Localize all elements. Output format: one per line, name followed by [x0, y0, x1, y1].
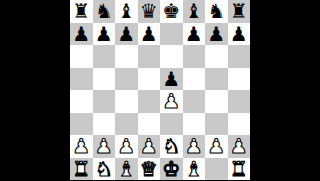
- black-rook-icon: ♜: [72, 0, 90, 22]
- square-e1[interactable]: ♚: [160, 158, 183, 181]
- square-g6[interactable]: [205, 45, 228, 68]
- square-a2[interactable]: ♟: [70, 135, 93, 158]
- square-a3[interactable]: [70, 113, 93, 136]
- square-d7[interactable]: ♟: [138, 23, 161, 46]
- white-knight-icon: ♞: [162, 135, 180, 157]
- square-f7[interactable]: ♟: [183, 23, 206, 46]
- square-c7[interactable]: ♟: [115, 23, 138, 46]
- square-h2[interactable]: ♟: [228, 135, 251, 158]
- square-g5[interactable]: [205, 68, 228, 91]
- square-g8[interactable]: ♞: [205, 0, 228, 23]
- white-pawn-icon: ♟: [117, 135, 135, 157]
- white-bishop-icon: ♝: [185, 158, 203, 180]
- black-rook-icon: ♜: [230, 0, 248, 22]
- square-f6[interactable]: [183, 45, 206, 68]
- white-pawn-icon: ♟: [72, 135, 90, 157]
- letterbox-right: [250, 0, 320, 180]
- black-pawn-icon: ♟: [230, 23, 248, 45]
- square-a1[interactable]: ♜: [70, 158, 93, 181]
- square-c2[interactable]: ♟: [115, 135, 138, 158]
- square-a4[interactable]: [70, 90, 93, 113]
- square-a5[interactable]: [70, 68, 93, 91]
- square-d2[interactable]: ♟: [138, 135, 161, 158]
- square-h1[interactable]: ♜: [228, 158, 251, 181]
- square-g3[interactable]: [205, 113, 228, 136]
- square-f4[interactable]: [183, 90, 206, 113]
- square-g4[interactable]: [205, 90, 228, 113]
- black-bishop-icon: ♝: [117, 0, 135, 22]
- square-b8[interactable]: ♞: [93, 0, 116, 23]
- white-pawn-icon: ♟: [95, 135, 113, 157]
- white-king-icon: ♚: [162, 158, 180, 180]
- square-h6[interactable]: [228, 45, 251, 68]
- white-pawn-icon: ♟: [230, 135, 248, 157]
- black-pawn-icon: ♟: [140, 23, 158, 45]
- square-d6[interactable]: [138, 45, 161, 68]
- white-pawn-icon: ♟: [207, 135, 225, 157]
- square-f5[interactable]: [183, 68, 206, 91]
- square-h4[interactable]: [228, 90, 251, 113]
- square-b5[interactable]: [93, 68, 116, 91]
- white-bishop-icon: ♝: [117, 158, 135, 180]
- white-rook-icon: ♜: [72, 158, 90, 180]
- square-b2[interactable]: ♟: [93, 135, 116, 158]
- square-h7[interactable]: ♟: [228, 23, 251, 46]
- black-bishop-icon: ♝: [185, 0, 203, 22]
- square-g2[interactable]: ♟: [205, 135, 228, 158]
- square-b4[interactable]: [93, 90, 116, 113]
- square-e6[interactable]: [160, 45, 183, 68]
- black-king-icon: ♚: [162, 0, 180, 22]
- square-d4[interactable]: [138, 90, 161, 113]
- square-e7[interactable]: [160, 23, 183, 46]
- square-b3[interactable]: [93, 113, 116, 136]
- square-b7[interactable]: ♟: [93, 23, 116, 46]
- square-c3[interactable]: [115, 113, 138, 136]
- square-f2[interactable]: ♟: [183, 135, 206, 158]
- black-pawn-icon: ♟: [95, 23, 113, 45]
- square-f8[interactable]: ♝: [183, 0, 206, 23]
- black-pawn-icon: ♟: [185, 23, 203, 45]
- square-c6[interactable]: [115, 45, 138, 68]
- letterbox-left: [0, 0, 70, 180]
- white-pawn-icon: ♟: [140, 135, 158, 157]
- square-a8[interactable]: ♜: [70, 0, 93, 23]
- square-c4[interactable]: [115, 90, 138, 113]
- square-f1[interactable]: ♝: [183, 158, 206, 181]
- black-queen-icon: ♛: [140, 0, 158, 22]
- square-h5[interactable]: [228, 68, 251, 91]
- square-a6[interactable]: [70, 45, 93, 68]
- square-h8[interactable]: ♜: [228, 0, 251, 23]
- black-pawn-icon: ♟: [117, 23, 135, 45]
- video-frame: ♜♞♝♛♚♝♞♜♟♟♟♟♟♟♟♟♟♟♟♟♟♞♟♟♟♜♞♝♛♚♝♜: [0, 0, 320, 180]
- square-e4[interactable]: ♟: [160, 90, 183, 113]
- square-g7[interactable]: ♟: [205, 23, 228, 46]
- black-pawn-icon: ♟: [162, 68, 180, 90]
- square-c1[interactable]: ♝: [115, 158, 138, 181]
- square-b6[interactable]: [93, 45, 116, 68]
- chess-board: ♜♞♝♛♚♝♞♜♟♟♟♟♟♟♟♟♟♟♟♟♟♞♟♟♟♜♞♝♛♚♝♜: [70, 0, 250, 180]
- square-d8[interactable]: ♛: [138, 0, 161, 23]
- square-c5[interactable]: [115, 68, 138, 91]
- white-queen-icon: ♛: [140, 158, 158, 180]
- white-knight-icon: ♞: [95, 158, 113, 180]
- black-pawn-icon: ♟: [207, 23, 225, 45]
- square-g1[interactable]: [205, 158, 228, 181]
- square-a7[interactable]: ♟: [70, 23, 93, 46]
- square-b1[interactable]: ♞: [93, 158, 116, 181]
- square-d3[interactable]: [138, 113, 161, 136]
- square-e2[interactable]: ♞: [160, 135, 183, 158]
- white-rook-icon: ♜: [230, 158, 248, 180]
- square-d5[interactable]: [138, 68, 161, 91]
- square-e3[interactable]: [160, 113, 183, 136]
- square-h3[interactable]: [228, 113, 251, 136]
- square-e5[interactable]: ♟: [160, 68, 183, 91]
- white-pawn-icon: ♟: [162, 90, 180, 112]
- white-pawn-icon: ♟: [185, 135, 203, 157]
- black-knight-icon: ♞: [95, 0, 113, 22]
- black-pawn-icon: ♟: [72, 23, 90, 45]
- square-e8[interactable]: ♚: [160, 0, 183, 23]
- square-d1[interactable]: ♛: [138, 158, 161, 181]
- square-f3[interactable]: [183, 113, 206, 136]
- square-c8[interactable]: ♝: [115, 0, 138, 23]
- black-knight-icon: ♞: [207, 0, 225, 22]
